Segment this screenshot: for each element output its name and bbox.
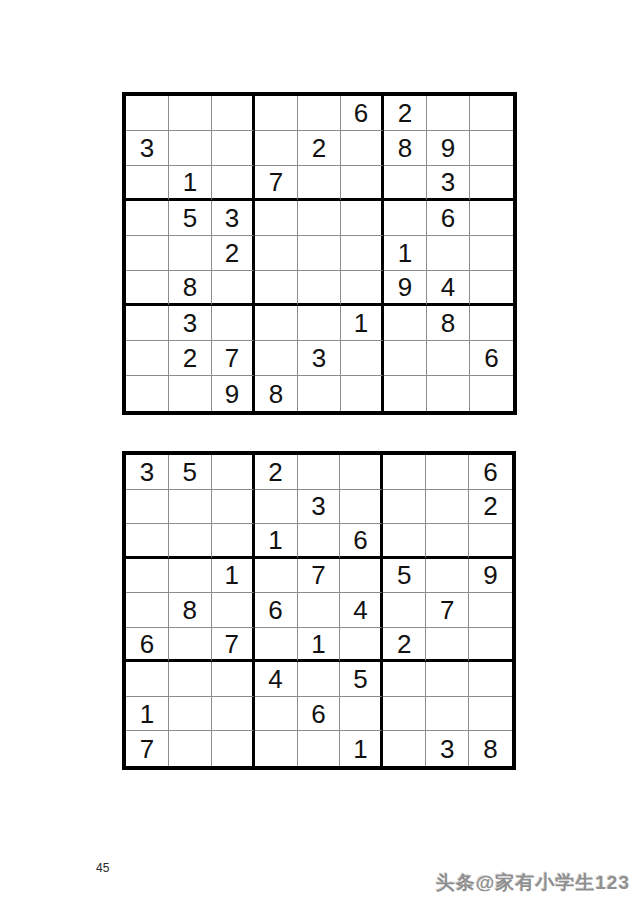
sudoku-cell-r9c5 [298,376,341,411]
sudoku-cell-r8c1 [126,341,169,376]
sudoku-cell-r1c9: 6 [469,455,512,490]
sudoku-cell-r2c1: 3 [126,131,169,166]
sudoku-cell-r5c9 [470,236,513,271]
sudoku-cell-r8c2: 2 [169,341,212,376]
sudoku-cell-r8c8 [426,697,469,732]
sudoku-cell-r4c4 [255,559,298,594]
sudoku-cell-r4c7 [384,201,427,236]
sudoku-cell-r3c4: 1 [255,524,298,559]
sudoku-cell-r5c4 [255,236,298,271]
sudoku-cell-r7c1 [126,306,169,341]
sudoku-cell-r8c6 [340,697,383,732]
sudoku-cell-r5c6 [341,236,384,271]
sudoku-cell-r8c5: 6 [298,697,341,732]
sudoku-cell-r1c7: 2 [384,96,427,131]
sudoku-cell-r6c1 [126,271,169,306]
sudoku-cell-r6c8 [426,628,469,663]
page-number: 45 [96,861,109,875]
sudoku-cell-r5c9 [469,593,512,628]
sudoku-cell-r9c1: 7 [126,731,169,766]
sudoku-cell-r8c9: 6 [470,341,513,376]
sudoku-cell-r7c3 [212,662,255,697]
sudoku-cell-r7c8 [426,662,469,697]
sudoku-cell-r7c6: 5 [340,662,383,697]
sudoku-cell-r7c2: 3 [169,306,212,341]
sudoku-cell-r8c4 [255,341,298,376]
sudoku-cell-r1c7 [383,455,426,490]
sudoku-cell-r3c3 [212,524,255,559]
sudoku-cell-r2c3 [212,131,255,166]
sudoku-cell-r6c9 [470,271,513,306]
sudoku-cell-r8c9 [469,697,512,732]
sudoku-cell-r6c4 [255,628,298,663]
sudoku-cell-r8c7 [384,341,427,376]
sudoku-cell-r6c6 [341,271,384,306]
sudoku-cell-r1c8 [427,96,470,131]
sudoku-cell-r4c6 [340,559,383,594]
sudoku-cell-r1c8 [426,455,469,490]
sudoku-cell-r1c2: 5 [169,455,212,490]
sudoku-cell-r6c8: 4 [427,271,470,306]
sudoku-cell-r4c4 [255,201,298,236]
sudoku-cell-r3c2 [169,524,212,559]
sudoku-cell-r4c1 [126,201,169,236]
sudoku-cell-r3c4: 7 [255,166,298,201]
sudoku-cell-r2c5: 3 [298,490,341,525]
sudoku-cell-r9c2 [169,731,212,766]
sudoku-cell-r6c1: 6 [126,628,169,663]
sudoku-cell-r2c3 [212,490,255,525]
sudoku-cell-r7c9 [470,306,513,341]
sudoku-cell-r5c5 [298,593,341,628]
sudoku-cell-r9c3: 9 [212,376,255,411]
sudoku-cell-r1c4 [255,96,298,131]
sudoku-cell-r3c8 [426,524,469,559]
sudoku-cell-r4c5: 7 [298,559,341,594]
watermark: 头条@家有小学生123 [436,870,630,896]
sudoku-cell-r9c9: 8 [469,731,512,766]
sudoku-cell-r5c5 [298,236,341,271]
sudoku-cell-r4c5 [298,201,341,236]
sudoku-cell-r4c2 [169,559,212,594]
sudoku-cell-r1c3 [212,96,255,131]
sudoku-cell-r2c2 [169,490,212,525]
sudoku-cell-r5c8 [427,236,470,271]
sudoku-cell-r3c7 [383,524,426,559]
sudoku-cell-r1c2 [169,96,212,131]
sudoku-cell-r7c7 [383,662,426,697]
sudoku-cell-r4c9 [470,201,513,236]
sudoku-cell-r3c3 [212,166,255,201]
sudoku-cell-r5c2 [169,236,212,271]
sudoku-cell-r7c6: 1 [341,306,384,341]
sudoku-cell-r3c5 [298,524,341,559]
sudoku-cell-r5c1 [126,236,169,271]
sudoku-cell-r7c4: 4 [255,662,298,697]
sudoku-cell-r5c3 [212,593,255,628]
sudoku-cell-r9c7 [383,731,426,766]
sudoku-cell-r1c5 [298,96,341,131]
sudoku-board-top: 62328917353621894318273698 [122,92,517,415]
sudoku-cell-r9c8: 3 [426,731,469,766]
sudoku-cell-r7c3 [212,306,255,341]
sudoku-cell-r8c6 [341,341,384,376]
sudoku-cell-r8c2 [169,697,212,732]
sudoku-cell-r7c2 [169,662,212,697]
sudoku-cell-r2c7: 8 [384,131,427,166]
sudoku-cell-r8c8 [427,341,470,376]
sudoku-cell-r5c7 [383,593,426,628]
sudoku-cell-r3c5 [298,166,341,201]
sudoku-cell-r9c5 [298,731,341,766]
sudoku-cell-r1c1: 3 [126,455,169,490]
sudoku-cell-r7c9 [469,662,512,697]
sudoku-cell-r5c8: 7 [426,593,469,628]
sudoku-cell-r5c3: 2 [212,236,255,271]
sudoku-cell-r5c1 [126,593,169,628]
sudoku-cell-r7c5 [298,306,341,341]
sudoku-cell-r5c2: 8 [169,593,212,628]
sudoku-cell-r2c8: 9 [427,131,470,166]
sudoku-cell-r3c1 [126,524,169,559]
sudoku-cell-r1c6 [340,455,383,490]
sudoku-cell-r4c3: 1 [212,559,255,594]
sudoku-cell-r3c1 [126,166,169,201]
sudoku-cell-r6c2 [169,628,212,663]
sudoku-cell-r5c4: 6 [255,593,298,628]
sudoku-cell-r2c4 [255,490,298,525]
sudoku-board-bottom: 3526321617598647671245167138 [122,451,516,770]
sudoku-cell-r9c8 [427,376,470,411]
sudoku-cell-r9c9 [470,376,513,411]
sudoku-cell-r5c6: 4 [340,593,383,628]
sudoku-cell-r9c2 [169,376,212,411]
sudoku-cell-r6c7: 9 [384,271,427,306]
sudoku-cell-r9c6 [341,376,384,411]
sudoku-cell-r1c9 [470,96,513,131]
sudoku-cell-r6c3 [212,271,255,306]
sudoku-cell-r4c2: 5 [169,201,212,236]
sudoku-cell-r7c1 [126,662,169,697]
sudoku-cell-r4c3: 3 [212,201,255,236]
sudoku-cell-r9c4: 8 [255,376,298,411]
sudoku-cell-r4c8 [426,559,469,594]
sudoku-cell-r3c6 [341,166,384,201]
sudoku-cell-r6c6 [340,628,383,663]
sudoku-cell-r2c7 [383,490,426,525]
sudoku-cell-r5c7: 1 [384,236,427,271]
sudoku-cell-r4c1 [126,559,169,594]
sudoku-cell-r7c7 [384,306,427,341]
sudoku-cell-r9c1 [126,376,169,411]
sudoku-cell-r2c2 [169,131,212,166]
sudoku-cell-r3c6: 6 [340,524,383,559]
sudoku-cell-r2c6 [340,490,383,525]
sudoku-cell-r4c9: 9 [469,559,512,594]
sudoku-cell-r9c3 [212,731,255,766]
sudoku-cell-r1c1 [126,96,169,131]
sudoku-cell-r4c7: 5 [383,559,426,594]
sudoku-cell-r7c4 [255,306,298,341]
sudoku-cell-r2c9 [470,131,513,166]
sudoku-cell-r2c4 [255,131,298,166]
sudoku-cell-r9c4 [255,731,298,766]
sudoku-cell-r8c3: 7 [212,341,255,376]
sudoku-cell-r6c5: 1 [298,628,341,663]
sudoku-cell-r2c9: 2 [469,490,512,525]
sudoku-cell-r3c2: 1 [169,166,212,201]
sudoku-cell-r6c4 [255,271,298,306]
sudoku-cell-r3c9 [470,166,513,201]
sudoku-cell-r1c3 [212,455,255,490]
worksheet-page: 62328917353621894318273698 3526321617598… [0,0,640,906]
sudoku-cell-r4c6 [341,201,384,236]
sudoku-cell-r2c5: 2 [298,131,341,166]
sudoku-cell-r8c5: 3 [298,341,341,376]
sudoku-cell-r1c4: 2 [255,455,298,490]
sudoku-cell-r2c1 [126,490,169,525]
sudoku-cell-r9c6: 1 [340,731,383,766]
sudoku-cell-r6c7: 2 [383,628,426,663]
sudoku-cell-r3c9 [469,524,512,559]
sudoku-cell-r3c8: 3 [427,166,470,201]
sudoku-cell-r7c5 [298,662,341,697]
sudoku-cell-r9c7 [384,376,427,411]
sudoku-cell-r1c5 [298,455,341,490]
sudoku-cell-r6c9 [469,628,512,663]
sudoku-cell-r8c4 [255,697,298,732]
sudoku-cell-r8c1: 1 [126,697,169,732]
sudoku-cell-r6c3: 7 [212,628,255,663]
sudoku-cell-r8c3 [212,697,255,732]
sudoku-cell-r1c6: 6 [341,96,384,131]
sudoku-cell-r7c8: 8 [427,306,470,341]
sudoku-cell-r2c8 [426,490,469,525]
sudoku-cell-r8c7 [383,697,426,732]
sudoku-cell-r3c7 [384,166,427,201]
sudoku-cell-r4c8: 6 [427,201,470,236]
sudoku-cell-r6c2: 8 [169,271,212,306]
sudoku-cell-r2c6 [341,131,384,166]
sudoku-cell-r6c5 [298,271,341,306]
